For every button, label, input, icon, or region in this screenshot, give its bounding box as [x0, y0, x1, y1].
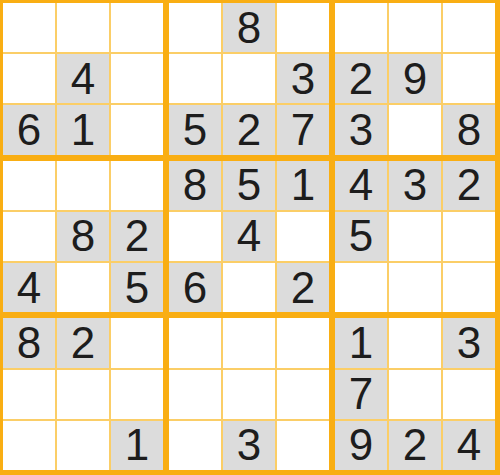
sudoku-cell-r7c3[interactable] — [111, 318, 163, 367]
sudoku-cell-r1c4[interactable] — [169, 3, 221, 52]
sudoku-cell-r6c8[interactable] — [389, 263, 441, 312]
sudoku-cell-r1c1[interactable] — [3, 3, 55, 52]
sudoku-cell-r9c5[interactable]: 3 — [223, 421, 275, 470]
sudoku-cell-r8c7[interactable]: 7 — [335, 370, 387, 419]
sudoku-cell-r9c2[interactable] — [57, 421, 109, 470]
sudoku-cell-r3c1[interactable]: 6 — [3, 105, 55, 154]
sudoku-block-6: 4325 — [335, 161, 495, 313]
sudoku-cell-r2c6[interactable]: 3 — [277, 54, 329, 103]
sudoku-cell-r5c4[interactable] — [169, 212, 221, 261]
sudoku-cell-r6c2[interactable] — [57, 263, 109, 312]
sudoku-cell-r6c9[interactable] — [443, 263, 495, 312]
sudoku-cell-r5c3[interactable]: 2 — [111, 212, 163, 261]
sudoku-cell-r4c8[interactable]: 3 — [389, 161, 441, 210]
sudoku-cell-r5c5[interactable]: 4 — [223, 212, 275, 261]
sudoku-cell-r8c9[interactable] — [443, 370, 495, 419]
sudoku-cell-r1c6[interactable] — [277, 3, 329, 52]
sudoku-cell-r2c1[interactable] — [3, 54, 55, 103]
sudoku-block-2: 83527 — [169, 3, 329, 155]
sudoku-cell-r4c9[interactable]: 2 — [443, 161, 495, 210]
sudoku-cell-r5c6[interactable] — [277, 212, 329, 261]
sudoku-cell-r3c3[interactable] — [111, 105, 163, 154]
sudoku-cell-r6c7[interactable] — [335, 263, 387, 312]
sudoku-block-4: 8245 — [3, 161, 163, 313]
sudoku-cell-r7c4[interactable] — [169, 318, 221, 367]
sudoku-cell-r3c4[interactable]: 5 — [169, 105, 221, 154]
sudoku-cell-r9c4[interactable] — [169, 421, 221, 470]
sudoku-board: 461835272938824585146243258213137924 — [0, 0, 500, 475]
sudoku-cell-r9c8[interactable]: 2 — [389, 421, 441, 470]
sudoku-block-7: 821 — [3, 318, 163, 470]
sudoku-cell-r6c3[interactable]: 5 — [111, 263, 163, 312]
sudoku-cell-r9c3[interactable]: 1 — [111, 421, 163, 470]
sudoku-cell-r5c2[interactable]: 8 — [57, 212, 109, 261]
sudoku-cell-r8c4[interactable] — [169, 370, 221, 419]
sudoku-cell-r9c7[interactable]: 9 — [335, 421, 387, 470]
sudoku-cell-r6c1[interactable]: 4 — [3, 263, 55, 312]
sudoku-cell-r6c4[interactable]: 6 — [169, 263, 221, 312]
sudoku-cell-r7c9[interactable]: 3 — [443, 318, 495, 367]
sudoku-cell-r8c8[interactable] — [389, 370, 441, 419]
sudoku-cell-r5c8[interactable] — [389, 212, 441, 261]
sudoku-cell-r3c2[interactable]: 1 — [57, 105, 109, 154]
sudoku-cell-r9c1[interactable] — [3, 421, 55, 470]
sudoku-cell-r3c8[interactable] — [389, 105, 441, 154]
sudoku-cell-r2c8[interactable]: 9 — [389, 54, 441, 103]
sudoku-cell-r2c2[interactable]: 4 — [57, 54, 109, 103]
sudoku-cell-r3c7[interactable]: 3 — [335, 105, 387, 154]
sudoku-cell-r6c5[interactable] — [223, 263, 275, 312]
sudoku-cell-r5c7[interactable]: 5 — [335, 212, 387, 261]
sudoku-cell-r2c3[interactable] — [111, 54, 163, 103]
sudoku-cell-r7c6[interactable] — [277, 318, 329, 367]
sudoku-cell-r9c9[interactable]: 4 — [443, 421, 495, 470]
sudoku-block-5: 851462 — [169, 161, 329, 313]
sudoku-cell-r3c9[interactable]: 8 — [443, 105, 495, 154]
sudoku-cell-r4c3[interactable] — [111, 161, 163, 210]
sudoku-cell-r2c7[interactable]: 2 — [335, 54, 387, 103]
sudoku-cell-r3c5[interactable]: 2 — [223, 105, 275, 154]
sudoku-cell-r2c5[interactable] — [223, 54, 275, 103]
sudoku-cell-r4c5[interactable]: 5 — [223, 161, 275, 210]
sudoku-cell-r1c5[interactable]: 8 — [223, 3, 275, 52]
sudoku-cell-r8c3[interactable] — [111, 370, 163, 419]
sudoku-cell-r2c9[interactable] — [443, 54, 495, 103]
sudoku-cell-r7c8[interactable] — [389, 318, 441, 367]
sudoku-cell-r1c9[interactable] — [443, 3, 495, 52]
sudoku-cell-r2c4[interactable] — [169, 54, 221, 103]
sudoku-cell-r4c6[interactable]: 1 — [277, 161, 329, 210]
sudoku-cell-r8c5[interactable] — [223, 370, 275, 419]
sudoku-block-1: 461 — [3, 3, 163, 155]
sudoku-cell-r1c7[interactable] — [335, 3, 387, 52]
sudoku-cell-r8c1[interactable] — [3, 370, 55, 419]
sudoku-block-3: 2938 — [335, 3, 495, 155]
sudoku-block-8: 3 — [169, 318, 329, 470]
sudoku-cell-r5c9[interactable] — [443, 212, 495, 261]
sudoku-cell-r4c2[interactable] — [57, 161, 109, 210]
sudoku-cell-r1c3[interactable] — [111, 3, 163, 52]
sudoku-cell-r4c1[interactable] — [3, 161, 55, 210]
sudoku-cell-r4c7[interactable]: 4 — [335, 161, 387, 210]
sudoku-block-9: 137924 — [335, 318, 495, 470]
sudoku-cell-r1c2[interactable] — [57, 3, 109, 52]
sudoku-cell-r3c6[interactable]: 7 — [277, 105, 329, 154]
sudoku-cell-r8c6[interactable] — [277, 370, 329, 419]
sudoku-cell-r8c2[interactable] — [57, 370, 109, 419]
sudoku-cell-r6c6[interactable]: 2 — [277, 263, 329, 312]
sudoku-cell-r4c4[interactable]: 8 — [169, 161, 221, 210]
sudoku-cell-r9c6[interactable] — [277, 421, 329, 470]
sudoku-cell-r5c1[interactable] — [3, 212, 55, 261]
sudoku-cell-r7c7[interactable]: 1 — [335, 318, 387, 367]
sudoku-cell-r7c5[interactable] — [223, 318, 275, 367]
sudoku-cell-r7c1[interactable]: 8 — [3, 318, 55, 367]
sudoku-cell-r7c2[interactable]: 2 — [57, 318, 109, 367]
sudoku-cell-r1c8[interactable] — [389, 3, 441, 52]
